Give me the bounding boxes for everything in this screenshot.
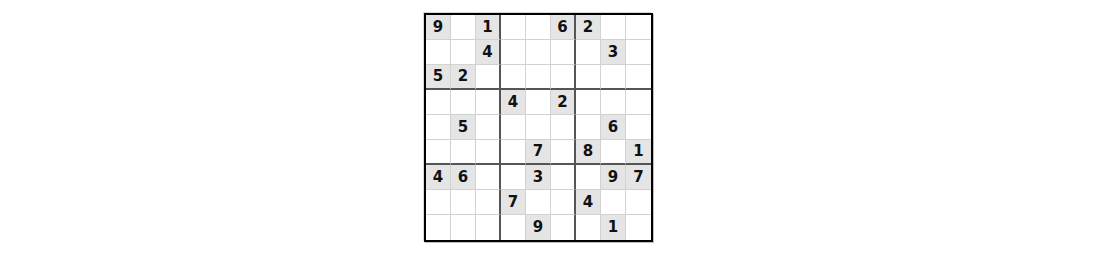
cell-r7c3[interactable] [476,165,501,190]
cell-r8c1[interactable] [426,190,451,215]
cell-r4c7[interactable] [576,90,601,115]
cell-r4c3[interactable] [476,90,501,115]
cell-r6c4[interactable] [501,140,526,165]
cell-r9c5[interactable]: 9 [526,215,551,240]
cell-r8c8[interactable] [601,190,626,215]
cell-r6c9[interactable]: 1 [626,140,651,165]
cell-r7c9[interactable]: 7 [626,165,651,190]
cell-r9c4[interactable] [501,215,526,240]
cell-r8c7[interactable]: 4 [576,190,601,215]
cell-r8c4[interactable]: 7 [501,190,526,215]
cell-r1c3[interactable]: 1 [476,15,501,40]
cell-r3c2[interactable]: 2 [451,65,476,90]
cell-r3c6[interactable] [551,65,576,90]
cell-r3c5[interactable] [526,65,551,90]
cell-r8c2[interactable] [451,190,476,215]
cell-r9c6[interactable] [551,215,576,240]
cell-r3c1[interactable]: 5 [426,65,451,90]
cell-r6c7[interactable]: 8 [576,140,601,165]
cell-r3c4[interactable] [501,65,526,90]
cell-r8c9[interactable] [626,190,651,215]
cell-r5c8[interactable]: 6 [601,115,626,140]
cell-r8c6[interactable] [551,190,576,215]
cell-r1c1[interactable]: 9 [426,15,451,40]
cell-r9c9[interactable] [626,215,651,240]
cell-r4c2[interactable] [451,90,476,115]
cell-r1c4[interactable] [501,15,526,40]
sudoku-board: 916243524256781463977491 [424,13,653,242]
cell-r6c8[interactable] [601,140,626,165]
cell-r9c7[interactable] [576,215,601,240]
cell-r5c9[interactable] [626,115,651,140]
cell-r2c6[interactable] [551,40,576,65]
cell-r6c1[interactable] [426,140,451,165]
cell-r7c5[interactable]: 3 [526,165,551,190]
cell-r9c2[interactable] [451,215,476,240]
cell-r4c5[interactable] [526,90,551,115]
cell-r7c6[interactable] [551,165,576,190]
cell-r1c7[interactable]: 2 [576,15,601,40]
cell-r5c7[interactable] [576,115,601,140]
cell-r1c5[interactable] [526,15,551,40]
cell-r3c3[interactable] [476,65,501,90]
cell-r4c9[interactable] [626,90,651,115]
cell-r1c2[interactable] [451,15,476,40]
cell-r2c7[interactable] [576,40,601,65]
cell-r2c8[interactable]: 3 [601,40,626,65]
cell-r9c1[interactable] [426,215,451,240]
cell-r8c3[interactable] [476,190,501,215]
cell-r7c8[interactable]: 9 [601,165,626,190]
cell-r7c1[interactable]: 4 [426,165,451,190]
cell-r5c5[interactable] [526,115,551,140]
cell-r2c9[interactable] [626,40,651,65]
cell-r1c9[interactable] [626,15,651,40]
cell-r5c3[interactable] [476,115,501,140]
cell-r2c5[interactable] [526,40,551,65]
cell-r1c6[interactable]: 6 [551,15,576,40]
cell-r5c4[interactable] [501,115,526,140]
cell-r1c8[interactable] [601,15,626,40]
cell-r7c2[interactable]: 6 [451,165,476,190]
cell-r2c1[interactable] [426,40,451,65]
cell-r2c3[interactable]: 4 [476,40,501,65]
cell-r4c6[interactable]: 2 [551,90,576,115]
cell-r9c8[interactable]: 1 [601,215,626,240]
cell-r3c9[interactable] [626,65,651,90]
cell-r6c6[interactable] [551,140,576,165]
cell-r5c2[interactable]: 5 [451,115,476,140]
cell-r5c6[interactable] [551,115,576,140]
cell-r2c4[interactable] [501,40,526,65]
cell-r3c7[interactable] [576,65,601,90]
cell-r4c1[interactable] [426,90,451,115]
cell-r4c8[interactable] [601,90,626,115]
cell-r8c5[interactable] [526,190,551,215]
cell-r5c1[interactable] [426,115,451,140]
cell-r7c4[interactable] [501,165,526,190]
cell-r3c8[interactable] [601,65,626,90]
cell-r7c7[interactable] [576,165,601,190]
cell-r2c2[interactable] [451,40,476,65]
cell-r9c3[interactable] [476,215,501,240]
cell-r6c2[interactable] [451,140,476,165]
cell-r6c5[interactable]: 7 [526,140,551,165]
cell-r4c4[interactable]: 4 [501,90,526,115]
cell-r6c3[interactable] [476,140,501,165]
